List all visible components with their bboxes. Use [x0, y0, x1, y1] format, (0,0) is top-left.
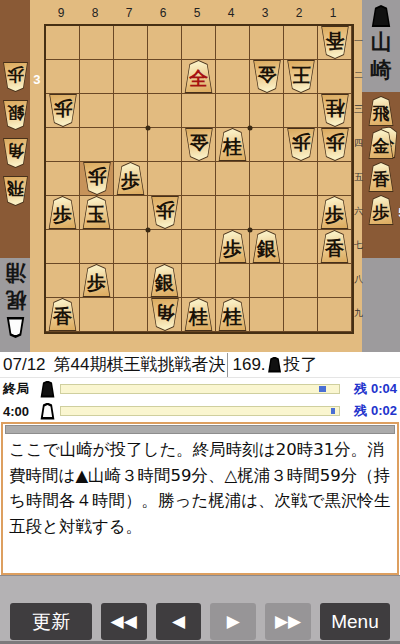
shogi-piece-歩[interactable]: 歩 — [218, 230, 248, 263]
board-cell-7九[interactable] — [114, 298, 148, 332]
shogi-piece-歩[interactable]: 歩 — [2, 62, 29, 92]
board-cell-6七[interactable] — [148, 230, 182, 264]
shogi-piece-歩[interactable]: 歩 — [320, 196, 350, 229]
file-label-4: 4 — [214, 6, 248, 20]
file-label-1: 1 — [316, 6, 350, 20]
shogi-piece-歩[interactable]: 歩 — [48, 94, 78, 127]
rank-label: 六 — [354, 194, 364, 228]
shogi-piece-王[interactable]: 王 — [286, 60, 316, 93]
board-cell-8二[interactable] — [80, 60, 114, 94]
step-back-button[interactable]: ◀ — [156, 603, 202, 640]
board-cell-8三[interactable] — [80, 94, 114, 128]
gote-name-zone: 浦 梶 — [0, 258, 30, 352]
black-piece-icon — [268, 357, 282, 373]
board-cell-5六[interactable] — [182, 196, 216, 230]
sente-strip-bottom — [362, 258, 400, 352]
board-cell-2一[interactable] — [284, 26, 318, 60]
file-label-3: 3 — [248, 6, 282, 20]
board-section: 歩3銀角飛 浦 梶 987654321 香全金王歩桂金桂歩歩歩歩歩玉歩歩歩銀香歩… — [0, 0, 400, 352]
captured-飛-x1[interactable]: 飛 — [368, 96, 395, 126]
board-cell-2九[interactable] — [284, 298, 318, 332]
board-cell-3七[interactable]: 銀 — [250, 230, 284, 264]
sente-piece-icon — [371, 5, 391, 27]
fast-forward-button[interactable]: ▶▶ — [265, 603, 311, 640]
shogi-piece-全[interactable]: 全 — [184, 60, 214, 93]
board-cell-1五[interactable] — [318, 162, 352, 196]
board-cell-9四[interactable] — [46, 128, 80, 162]
shogi-piece-銀[interactable]: 銀 — [252, 230, 282, 263]
board-cell-8一[interactable] — [80, 26, 114, 60]
board-grid: 香全金王歩桂金桂歩歩歩歩歩玉歩歩歩銀香歩銀香角桂桂 — [44, 24, 354, 334]
sente-captured-tray: 飛金金香歩5 — [362, 92, 400, 258]
board-cell-6六[interactable]: 歩 — [148, 196, 182, 230]
board-cell-2二[interactable]: 王 — [284, 60, 318, 94]
captured-銀-x1[interactable]: 銀 — [2, 100, 29, 130]
shogi-piece-桂[interactable]: 桂 — [184, 298, 214, 331]
gote-remaining-time: 残 0:02 — [345, 402, 397, 420]
board-cell-1九[interactable] — [318, 298, 352, 332]
gote-piece-icon — [6, 317, 25, 338]
shogi-piece-香[interactable]: 香 — [320, 26, 350, 59]
hoshi-dot — [146, 126, 151, 131]
shogi-piece-香[interactable]: 香 — [48, 298, 78, 331]
board-cell-7六[interactable] — [114, 196, 148, 230]
captured-角-x1[interactable]: 角 — [2, 138, 29, 168]
shogi-piece-銀[interactable]: 銀 — [150, 264, 180, 297]
board-cell-7八[interactable] — [114, 264, 148, 298]
board-cell-5二[interactable]: 全 — [182, 60, 216, 94]
captured-飛-x1[interactable]: 飛 — [2, 176, 29, 206]
shogi-piece-角[interactable]: 角 — [150, 298, 180, 331]
shogi-piece-桂[interactable]: 桂 — [218, 298, 248, 331]
board-cell-5三[interactable] — [182, 94, 216, 128]
board-cell-4二[interactable] — [216, 60, 250, 94]
board-cell-2八[interactable] — [284, 264, 318, 298]
board-cell-2六[interactable] — [284, 196, 318, 230]
file-label-7: 7 — [112, 6, 146, 20]
board-cell-9五[interactable] — [46, 162, 80, 196]
rank-label: 二 — [354, 58, 364, 92]
captured-歩-x5[interactable]: 歩5 — [368, 195, 395, 225]
clock-panel: 終局 残 0:04 4:00 残 0:02 — [0, 378, 400, 422]
board-cell-7四[interactable] — [114, 128, 148, 162]
shogi-piece-歩[interactable]: 歩 — [82, 264, 112, 297]
board-cell-2七[interactable] — [284, 230, 318, 264]
sente-clock-row: 終局 残 0:04 — [0, 378, 400, 400]
board-cell-8八[interactable]: 歩 — [80, 264, 114, 298]
board-cell-8四[interactable] — [80, 128, 114, 162]
file-label-5: 5 — [180, 6, 214, 20]
shogi-piece-香[interactable]: 香 — [320, 230, 350, 263]
board-cell-6四[interactable] — [148, 128, 182, 162]
commentary-text: ここで山崎が投了した。終局時刻は20時31分。消費時間は▲山崎３時間59分、△梶… — [3, 435, 397, 541]
board-cell-3四[interactable] — [250, 128, 284, 162]
board-cell-2四[interactable]: 歩 — [284, 128, 318, 162]
commentary-box[interactable]: ここで山崎が投了した。終局時刻は20時31分。消費時間は▲山崎３時間59分、△梶… — [1, 422, 399, 575]
board-cell-5九[interactable]: 桂 — [182, 298, 216, 332]
board-cell-1三[interactable]: 桂 — [318, 94, 352, 128]
gote-player-name-char2: 浦 — [5, 260, 26, 285]
gote-clock-piece-icon — [40, 403, 55, 420]
board-cell-6八[interactable]: 銀 — [148, 264, 182, 298]
board-cell-8六[interactable]: 玉 — [80, 196, 114, 230]
board-cell-7三[interactable] — [114, 94, 148, 128]
file-label-6: 6 — [146, 6, 180, 20]
sente-clock-piece-icon — [40, 381, 55, 398]
refresh-button[interactable]: 更新 — [10, 603, 92, 640]
board-zone: 987654321 香全金王歩桂金桂歩歩歩歩歩玉歩歩歩銀香歩銀香角桂桂 一二三四… — [30, 0, 362, 352]
sente-remaining-time: 残 0:04 — [345, 380, 397, 398]
shogi-piece-歩[interactable]: 歩 — [368, 195, 395, 225]
captured-歩-x3[interactable]: 歩3 — [2, 62, 29, 92]
board-cell-4四[interactable]: 桂 — [216, 128, 250, 162]
board-cell-1七[interactable]: 香 — [318, 230, 352, 264]
board-cell-9三[interactable]: 歩 — [46, 94, 80, 128]
rank-label: 八 — [354, 262, 364, 296]
board-cell-2五[interactable] — [284, 162, 318, 196]
file-coordinates: 987654321 — [44, 6, 350, 20]
gote-clock-row: 4:00 残 0:02 — [0, 400, 400, 422]
shogi-piece-歩[interactable]: 歩 — [150, 196, 180, 229]
board-cell-7二[interactable] — [114, 60, 148, 94]
bottom-toolbar: 更新◀◀◀▶▶▶Menu — [0, 575, 400, 644]
board-cell-3八[interactable] — [250, 264, 284, 298]
board-cell-4三[interactable] — [216, 94, 250, 128]
rewind-to-start-button[interactable]: ◀◀ — [101, 603, 147, 640]
shogi-piece-飛[interactable]: 飛 — [2, 176, 29, 206]
gote-time-marker — [331, 408, 335, 414]
shogi-app-screen: 歩3銀角飛 浦 梶 987654321 香全金王歩桂金桂歩歩歩歩歩玉歩歩歩銀香歩… — [0, 0, 400, 644]
shogi-piece-玉[interactable]: 玉 — [82, 196, 112, 229]
shogi-piece-角[interactable]: 角 — [2, 138, 29, 168]
board-cell-6二[interactable] — [148, 60, 182, 94]
board-cell-6三[interactable] — [148, 94, 182, 128]
event-title: 第44期棋王戦挑戦者決 — [54, 353, 226, 376]
board-cell-8七[interactable] — [80, 230, 114, 264]
file-label-9: 9 — [44, 6, 78, 20]
board-cell-5五[interactable] — [182, 162, 216, 196]
board-cell-5一[interactable] — [182, 26, 216, 60]
shogi-piece-桂[interactable]: 桂 — [320, 94, 350, 127]
board-cell-4一[interactable] — [216, 26, 250, 60]
board-cell-9六[interactable]: 歩 — [46, 196, 80, 230]
shogi-piece-歩[interactable]: 歩 — [286, 128, 316, 161]
shogi-piece-歩[interactable]: 歩 — [320, 128, 350, 161]
shogi-piece-桂[interactable]: 桂 — [218, 128, 248, 161]
shogi-piece-歩[interactable]: 歩 — [116, 162, 146, 195]
sente-side-strip: 山 崎 飛金金香歩5 — [362, 0, 400, 352]
shogi-piece-金[interactable]: 金 — [252, 60, 282, 93]
board-cell-4六[interactable] — [216, 196, 250, 230]
gote-time-bar — [60, 406, 340, 416]
captured-香-x1[interactable]: 香 — [368, 162, 395, 192]
board-cell-9九[interactable]: 香 — [46, 298, 80, 332]
board-cell-1二[interactable] — [318, 60, 352, 94]
gote-player-name-char1: 梶 — [5, 287, 26, 312]
board-cell-5四[interactable]: 金 — [182, 128, 216, 162]
board-cell-5七[interactable] — [182, 230, 216, 264]
board-cell-7一[interactable] — [114, 26, 148, 60]
hoshi-dot — [248, 126, 253, 131]
board-cell-6九[interactable]: 角 — [148, 298, 182, 332]
rank-label: 九 — [354, 296, 364, 330]
board-cell-4八[interactable] — [216, 264, 250, 298]
board-cell-1八[interactable] — [318, 264, 352, 298]
board-cell-8九[interactable] — [80, 298, 114, 332]
file-label-2: 2 — [282, 6, 316, 20]
board-cell-3三[interactable] — [250, 94, 284, 128]
rank-label: 四 — [354, 126, 364, 160]
board-cell-1一[interactable]: 香 — [318, 26, 352, 60]
board-cell-8五[interactable]: 歩 — [80, 162, 114, 196]
board-cell-9二[interactable] — [46, 60, 80, 94]
sente-player-name-char2: 崎 — [371, 58, 392, 83]
board-cell-6五[interactable] — [148, 162, 182, 196]
rank-coordinates: 一二三四五六七八九 — [354, 24, 364, 330]
board-cell-5八[interactable] — [182, 264, 216, 298]
captured-金-x2[interactable]: 金金 — [368, 129, 395, 159]
board-cell-3九[interactable] — [250, 298, 284, 332]
rank-label: 五 — [354, 160, 364, 194]
sente-name-zone: 山 崎 — [362, 0, 400, 92]
commentary-scrollbar[interactable] — [5, 425, 395, 434]
header-divider — [227, 353, 228, 377]
gote-captured-tray: 歩3銀角飛 — [0, 0, 30, 258]
hoshi-dot — [248, 228, 253, 233]
kifu-header: 07/12 第44期棋王戦挑戦者決 169. 投了 — [0, 352, 400, 378]
sente-player-name-char1: 山 — [371, 30, 392, 55]
board-cell-9七[interactable] — [46, 230, 80, 264]
board-cell-4七[interactable]: 歩 — [216, 230, 250, 264]
shogi-piece-歩[interactable]: 歩 — [82, 162, 112, 195]
board-cell-7七[interactable] — [114, 230, 148, 264]
board-cell-3二[interactable]: 金 — [250, 60, 284, 94]
menu-button[interactable]: Menu — [320, 603, 390, 640]
shogi-piece-香[interactable]: 香 — [368, 162, 395, 192]
toolbar-buttons: 更新◀◀◀▶▶▶Menu — [0, 603, 400, 640]
board-cell-7五[interactable]: 歩 — [114, 162, 148, 196]
current-move-label[interactable]: 169. 投了 — [232, 353, 317, 376]
board-cell-9八[interactable] — [46, 264, 80, 298]
captured-count: 3 — [33, 72, 40, 87]
board-cell-3五[interactable] — [250, 162, 284, 196]
board-cell-1四[interactable]: 歩 — [318, 128, 352, 162]
board-cell-1六[interactable]: 歩 — [318, 196, 352, 230]
game-date: 07/12 — [3, 355, 46, 375]
rank-label: 一 — [354, 24, 364, 58]
shogi-piece-飛[interactable]: 飛 — [368, 96, 395, 126]
sente-time-marker — [319, 386, 326, 392]
file-label-8: 8 — [78, 6, 112, 20]
step-forward-button[interactable]: ▶ — [210, 603, 256, 640]
board-cell-4九[interactable]: 桂 — [216, 298, 250, 332]
rank-label: 三 — [354, 92, 364, 126]
move-text: 投了 — [284, 353, 318, 376]
hoshi-dot — [146, 228, 151, 233]
board-cell-2三[interactable] — [284, 94, 318, 128]
shogi-piece-銀[interactable]: 銀 — [2, 100, 29, 130]
board-cell-9一[interactable] — [46, 26, 80, 60]
board-cell-6一[interactable] — [148, 26, 182, 60]
rank-label: 七 — [354, 228, 364, 262]
board-cell-4五[interactable] — [216, 162, 250, 196]
gote-clock-label: 4:00 — [3, 404, 35, 419]
gote-side-strip: 歩3銀角飛 浦 梶 — [0, 0, 30, 352]
shogi-piece-金[interactable]: 金 — [184, 128, 214, 161]
shogi-piece-歩[interactable]: 歩 — [48, 196, 78, 229]
sente-time-bar — [60, 384, 340, 394]
move-number: 169. — [232, 355, 265, 375]
board-cell-3六[interactable] — [250, 196, 284, 230]
board-cell-3一[interactable] — [250, 26, 284, 60]
sente-clock-label: 終局 — [3, 380, 35, 398]
